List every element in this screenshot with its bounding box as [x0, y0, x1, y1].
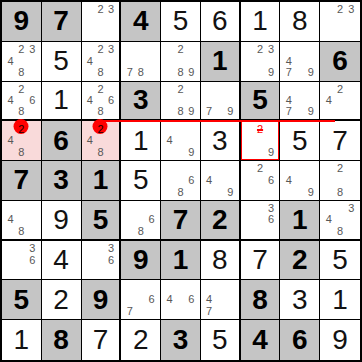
given-digit: 4 — [133, 7, 149, 35]
given-digit: 6 — [292, 326, 308, 354]
given-digit: 3 — [53, 166, 69, 194]
solved-digit: 3 — [212, 127, 228, 155]
candidate-9: 9 — [305, 106, 316, 117]
cell-r3c2[interactable]: 1 — [42, 82, 82, 122]
given-digit: 9 — [14, 7, 30, 35]
candidate-9: 9 — [225, 187, 236, 198]
cell-r7c5[interactable]: 1 — [161, 241, 201, 281]
solved-digit: 9 — [332, 326, 348, 354]
candidate-7: 7 — [124, 306, 135, 317]
candidate-4: 4 — [85, 56, 96, 67]
solved-digit: 1 — [14, 326, 30, 354]
solved-digit: 5 — [332, 246, 348, 274]
candidate-6: 6 — [146, 294, 157, 305]
given-digit: 1 — [93, 166, 109, 194]
solved-digit: 5 — [133, 166, 149, 194]
candidate-2-eliminated: 2 — [255, 124, 266, 135]
cell-r3c1[interactable]: 2468 — [2, 82, 42, 122]
cell-r9c6[interactable]: 5 — [201, 320, 241, 360]
cell-r7c8[interactable]: 2 — [280, 241, 320, 281]
candidate-8: 8 — [175, 67, 186, 78]
solved-digit: 2 — [133, 326, 149, 354]
solved-digit: 5 — [173, 7, 189, 35]
candidate-2: 2 — [95, 44, 106, 55]
given-digit: 7 — [14, 166, 30, 194]
given-digit: 6 — [332, 47, 348, 75]
solved-digit: 4 — [53, 246, 69, 274]
candidate-9: 9 — [266, 67, 277, 78]
candidate-8: 8 — [334, 226, 345, 237]
cell-r3c9[interactable]: 24 — [320, 82, 360, 122]
candidate-8: 8 — [16, 147, 27, 158]
candidate-7: 7 — [124, 67, 135, 78]
cell-r4c9[interactable]: 7 — [320, 121, 360, 161]
candidate-4: 4 — [5, 214, 16, 225]
given-digit: 7 — [53, 7, 69, 35]
cell-r2c4[interactable]: 78 — [121, 42, 161, 82]
candidate-8: 8 — [135, 226, 146, 237]
cell-r7c1[interactable]: 36 — [2, 241, 42, 281]
cell-r8c4[interactable]: 67 — [121, 280, 161, 320]
candidate-6: 6 — [27, 255, 38, 266]
cell-r6c3[interactable]: 5 — [82, 201, 122, 241]
candidate-2: 2 — [334, 163, 345, 174]
solved-digit: 7 — [332, 127, 348, 155]
solved-digit: 3 — [292, 286, 308, 314]
given-digit: 1 — [292, 206, 308, 234]
candidate-2: 2 — [16, 44, 27, 55]
cell-r4c7[interactable]: 29 — [241, 121, 281, 161]
candidate-9: 9 — [186, 147, 197, 158]
cell-r1c9[interactable]: 23 — [320, 2, 360, 42]
candidate-3: 3 — [27, 243, 38, 254]
cell-r2c7[interactable]: 239 — [241, 42, 281, 82]
cell-r5c1[interactable]: 7 — [2, 161, 42, 201]
cell-r7c3[interactable]: 36 — [82, 241, 122, 281]
solved-digit: 1 — [53, 86, 69, 114]
solved-digit: 9 — [53, 206, 69, 234]
cell-r2c9[interactable]: 6 — [320, 42, 360, 82]
candidate-8: 8 — [95, 147, 106, 158]
candidate-4: 4 — [323, 214, 334, 225]
cell-r6c9[interactable]: 348 — [320, 201, 360, 241]
candidate-6: 6 — [106, 255, 117, 266]
candidate-8: 8 — [175, 187, 186, 198]
cell-r8c6[interactable]: 47 — [201, 280, 241, 320]
candidate-2: 2 — [95, 84, 106, 95]
cell-r4c1[interactable]: 248 — [2, 121, 42, 161]
candidate-2: 2 — [255, 163, 266, 174]
solved-digit: 5 — [53, 47, 69, 75]
cell-r3c5[interactable]: 289 — [161, 82, 201, 122]
cell-r1c8[interactable]: 8 — [280, 2, 320, 42]
candidate-4: 4 — [204, 175, 215, 186]
candidate-2-circled: 2 — [16, 124, 27, 135]
solved-digit: 7 — [93, 326, 109, 354]
candidate-8: 8 — [16, 67, 27, 78]
cell-r2c5[interactable]: 289 — [161, 42, 201, 82]
candidate-7: 7 — [204, 306, 215, 317]
candidate-6: 6 — [186, 294, 197, 305]
cell-r6c7[interactable]: 36 — [241, 201, 281, 241]
candidate-2: 2 — [175, 84, 186, 95]
candidate-2: 2 — [255, 44, 266, 55]
cell-r9c3[interactable]: 7 — [82, 320, 122, 360]
given-digit: 2 — [212, 206, 228, 234]
solved-digit: 5 — [292, 127, 308, 155]
cell-r2c1[interactable]: 2348 — [2, 42, 42, 82]
candidate-4: 4 — [5, 56, 16, 67]
sudoku-board: 9723456182323485234878289123947962468124… — [0, 0, 362, 362]
cell-r1c4[interactable]: 4 — [121, 2, 161, 42]
cell-r8c1[interactable]: 5 — [2, 280, 42, 320]
cell-r1c7[interactable]: 1 — [241, 2, 281, 42]
given-digit: 6 — [53, 127, 69, 155]
cell-r3c8[interactable]: 479 — [280, 82, 320, 122]
given-digit: 3 — [173, 326, 189, 354]
candidate-3: 3 — [346, 203, 357, 214]
candidate-7: 7 — [204, 106, 215, 117]
candidate-4: 4 — [204, 294, 215, 305]
candidate-4: 4 — [164, 135, 175, 146]
cell-r4c4[interactable]: 1 — [121, 121, 161, 161]
candidate-8: 8 — [16, 226, 27, 237]
cell-r1c1[interactable]: 9 — [2, 2, 42, 42]
given-digit: 1 — [173, 246, 189, 274]
candidate-9: 9 — [305, 187, 316, 198]
given-digit: 5 — [93, 206, 109, 234]
given-digit: 5 — [252, 86, 268, 114]
given-digit: 7 — [173, 206, 189, 234]
cell-r8c2[interactable]: 2 — [42, 280, 82, 320]
cell-r7c6[interactable]: 8 — [201, 241, 241, 281]
candidate-6: 6 — [266, 175, 277, 186]
cell-r6c1[interactable]: 48 — [2, 201, 42, 241]
cell-r1c3[interactable]: 23 — [82, 2, 122, 42]
candidate-7: 7 — [283, 67, 294, 78]
candidate-6: 6 — [27, 95, 38, 106]
candidate-8: 8 — [175, 106, 186, 117]
cell-r9c1[interactable]: 1 — [2, 320, 42, 360]
cell-r4c3[interactable]: 248 — [82, 121, 122, 161]
candidate-2: 2 — [334, 4, 345, 15]
cell-r6c8[interactable]: 1 — [280, 201, 320, 241]
candidate-4: 4 — [323, 95, 334, 106]
cell-r5c5[interactable]: 68 — [161, 161, 201, 201]
given-digit: 8 — [53, 326, 69, 354]
cell-r6c6[interactable]: 2 — [201, 201, 241, 241]
candidate-3: 3 — [106, 4, 117, 15]
candidate-2-circled: 2 — [95, 124, 106, 135]
solved-digit: 7 — [252, 246, 268, 274]
candidate-2: 2 — [334, 84, 345, 95]
cell-r7c2[interactable]: 4 — [42, 241, 82, 281]
candidate-6: 6 — [106, 95, 117, 106]
cell-r6c4[interactable]: 68 — [121, 201, 161, 241]
cell-r9c8[interactable]: 6 — [280, 320, 320, 360]
candidate-9: 9 — [305, 67, 316, 78]
cell-r7c9[interactable]: 5 — [320, 241, 360, 281]
candidate-4: 4 — [5, 135, 16, 146]
cell-r1c5[interactable]: 5 — [161, 2, 201, 42]
cell-r8c8[interactable]: 3 — [280, 280, 320, 320]
cell-r9c9[interactable]: 9 — [320, 320, 360, 360]
candidate-4: 4 — [164, 294, 175, 305]
given-digit: 8 — [252, 286, 268, 314]
candidate-3: 3 — [27, 44, 38, 55]
candidate-4: 4 — [5, 95, 16, 106]
candidate-3: 3 — [106, 243, 117, 254]
candidate-8: 8 — [16, 106, 27, 117]
given-digit: 4 — [252, 326, 268, 354]
candidate-9: 9 — [186, 67, 197, 78]
cell-r5c9[interactable]: 28 — [320, 161, 360, 201]
candidate-6: 6 — [266, 214, 277, 225]
given-digit: 5 — [14, 286, 30, 314]
solved-digit: 1 — [332, 286, 348, 314]
candidate-3: 3 — [106, 44, 117, 55]
cell-r5c2[interactable]: 3 — [42, 161, 82, 201]
candidate-9: 9 — [266, 147, 277, 158]
cell-r3c3[interactable]: 2468 — [82, 82, 122, 122]
solved-digit: 8 — [212, 246, 228, 274]
cell-r9c4[interactable]: 2 — [121, 320, 161, 360]
candidate-3: 3 — [266, 44, 277, 55]
candidate-6: 6 — [186, 175, 197, 186]
candidate-8: 8 — [334, 187, 345, 198]
cell-r9c5[interactable]: 3 — [161, 320, 201, 360]
cell-r6c2[interactable]: 9 — [42, 201, 82, 241]
cell-r2c2[interactable]: 5 — [42, 42, 82, 82]
cell-r8c5[interactable]: 46 — [161, 280, 201, 320]
candidate-3: 3 — [346, 4, 357, 15]
solved-digit: 6 — [212, 7, 228, 35]
candidate-4: 4 — [283, 175, 294, 186]
cell-r5c3[interactable]: 1 — [82, 161, 122, 201]
solved-digit: 8 — [292, 7, 308, 35]
cell-r1c6[interactable]: 6 — [201, 2, 241, 42]
cell-r2c3[interactable]: 2348 — [82, 42, 122, 82]
cell-r3c7[interactable]: 5 — [241, 82, 281, 122]
cell-r5c6[interactable]: 49 — [201, 161, 241, 201]
cell-r6c5[interactable]: 7 — [161, 201, 201, 241]
cell-r5c7[interactable]: 26 — [241, 161, 281, 201]
candidate-9: 9 — [186, 106, 197, 117]
candidate-7: 7 — [283, 106, 294, 117]
candidate-8: 8 — [95, 67, 106, 78]
candidate-4: 4 — [283, 56, 294, 67]
cell-r9c2[interactable]: 8 — [42, 320, 82, 360]
cell-r2c8[interactable]: 479 — [280, 42, 320, 82]
given-digit: 1 — [212, 47, 228, 75]
candidate-8: 8 — [135, 67, 146, 78]
cell-r4c8[interactable]: 5 — [280, 121, 320, 161]
cell-r8c7[interactable]: 8 — [241, 280, 281, 320]
given-digit: 9 — [93, 286, 109, 314]
candidate-2: 2 — [175, 44, 186, 55]
cell-r8c9[interactable]: 1 — [320, 280, 360, 320]
candidate-4: 4 — [85, 135, 96, 146]
cell-r2c6[interactable]: 1 — [201, 42, 241, 82]
solved-digit: 1 — [133, 127, 149, 155]
candidate-2: 2 — [16, 84, 27, 95]
candidate-4: 4 — [85, 95, 96, 106]
cell-r8c3[interactable]: 9 — [82, 280, 122, 320]
candidate-2: 2 — [95, 4, 106, 15]
cell-r1c2[interactable]: 7 — [42, 2, 82, 42]
cell-r5c4[interactable]: 5 — [121, 161, 161, 201]
cell-r4c6[interactable]: 3 — [201, 121, 241, 161]
candidate-9: 9 — [225, 106, 236, 117]
cell-r5c8[interactable]: 49 — [280, 161, 320, 201]
cell-r3c6[interactable]: 79 — [201, 82, 241, 122]
given-digit: 9 — [133, 246, 149, 274]
cell-r4c5[interactable]: 49 — [161, 121, 201, 161]
solved-digit: 5 — [212, 326, 228, 354]
given-digit: 3 — [133, 86, 149, 114]
given-digit: 2 — [292, 246, 308, 274]
cell-r3c4[interactable]: 3 — [121, 82, 161, 122]
cell-r7c4[interactable]: 9 — [121, 241, 161, 281]
candidate-8: 8 — [95, 106, 106, 117]
solved-digit: 2 — [53, 286, 69, 314]
cell-r4c2[interactable]: 6 — [42, 121, 82, 161]
cell-r7c7[interactable]: 7 — [241, 241, 281, 281]
cell-r9c7[interactable]: 4 — [241, 320, 281, 360]
candidate-6: 6 — [146, 214, 157, 225]
solved-digit: 1 — [252, 7, 268, 35]
